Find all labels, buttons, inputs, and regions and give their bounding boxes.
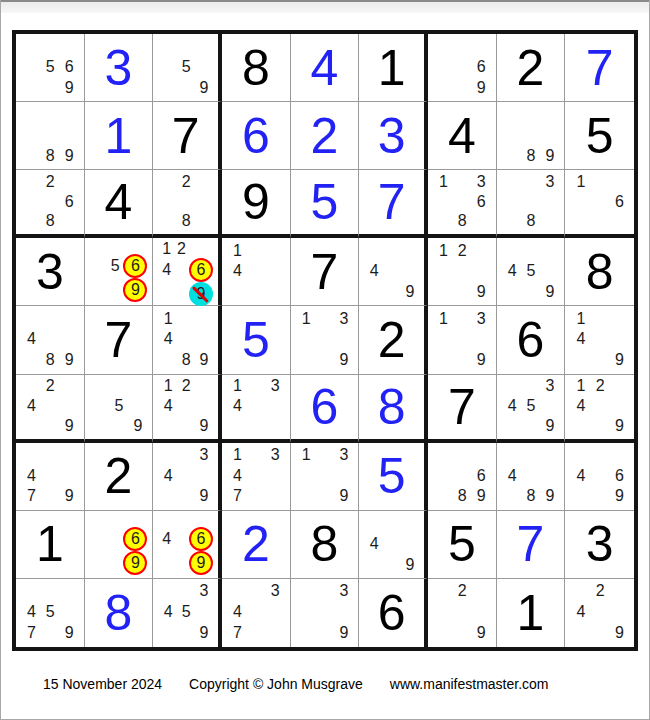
candidate-cell-empty — [453, 329, 472, 350]
candidate-cell-empty — [266, 416, 285, 436]
footer-website-link[interactable]: www.manifestmaster.com — [390, 676, 549, 692]
candidate-cell-empty — [453, 57, 472, 78]
candidate-digit: 9 — [401, 282, 419, 303]
candidate-cell-empty — [177, 486, 195, 507]
candidate-digit: 6 — [131, 257, 140, 275]
candidate-cell-empty — [41, 416, 60, 436]
candidate-digit: 6 — [610, 192, 629, 212]
candidate-cell-empty — [177, 77, 195, 98]
cell-r5c5: 139 — [291, 306, 360, 374]
candidate-cell-empty — [41, 308, 60, 329]
candidate-digit: 4 — [571, 465, 590, 486]
candidate-digit: 1 — [571, 172, 590, 192]
candidate-cell-highlighted: 9 — [189, 282, 213, 306]
candidate-cell-empty — [177, 329, 195, 350]
candidate-cell-empty — [316, 581, 335, 602]
cell-r8c3: 469 — [153, 511, 222, 579]
candidate-grid: 89 — [16, 102, 84, 169]
given-digit: 7 — [311, 247, 339, 297]
candidate-cell-empty — [247, 240, 266, 261]
candidate-cell-empty — [228, 282, 247, 303]
candidate-digit: 7 — [22, 623, 41, 644]
candidate-cell-empty — [159, 350, 177, 371]
cell-r9c6: 6 — [359, 579, 428, 647]
candidate-cell-empty — [453, 77, 472, 98]
candidate-digit: 4 — [159, 329, 177, 350]
candidate-cell-empty — [503, 104, 522, 125]
candidate-digit: 9 — [131, 281, 140, 299]
candidate-cell-empty — [247, 581, 266, 602]
candidate-cell-empty — [434, 581, 453, 602]
candidate-cell-empty — [22, 308, 41, 329]
cell-r9c3: 3459 — [153, 579, 222, 647]
candidate-grid: 1249 — [153, 375, 218, 439]
solved-digit: 7 — [586, 43, 614, 93]
candidate-cell-highlighted: 9 — [123, 278, 147, 302]
candidate-cell-empty — [266, 396, 285, 416]
candidate-cell-empty — [91, 254, 107, 278]
cell-r2c6: 3 — [359, 102, 428, 170]
candidate-cell-empty — [22, 445, 41, 466]
candidate-cell-empty — [540, 192, 559, 212]
candidate-cell-empty — [174, 551, 189, 575]
candidate-cell-empty — [503, 486, 522, 507]
candidate-digit: 4 — [503, 465, 522, 486]
candidate-cell-empty — [177, 623, 195, 644]
candidate-cell-empty — [22, 104, 41, 125]
cell-r1c1: 569 — [16, 34, 85, 102]
candidate-cell-empty — [522, 172, 541, 192]
given-digit: 3 — [36, 247, 64, 297]
candidate-cell-empty — [503, 146, 522, 167]
cell-r6c2: 59 — [85, 375, 154, 443]
cell-r5c8: 6 — [497, 306, 566, 374]
cell-r4c1: 3 — [16, 238, 85, 306]
given-digit: 2 — [105, 451, 133, 501]
candidate-cell-empty — [434, 57, 453, 78]
candidate-cell-highlighted: 6 — [189, 527, 213, 551]
candidate-cell-empty — [60, 465, 79, 486]
candidate-grid: 29 — [428, 579, 496, 647]
given-digit: 4 — [105, 177, 133, 227]
candidate-cell-empty — [316, 465, 335, 486]
cell-r4c2: 569 — [85, 238, 154, 306]
cell-r7c3: 349 — [153, 443, 222, 511]
candidate-cell-empty — [316, 308, 335, 329]
candidate-cell-empty — [591, 465, 610, 486]
highlight-circle-cyan: 9 — [189, 282, 213, 306]
candidate-digit: 4 — [228, 261, 247, 282]
candidate-digit: 4 — [159, 602, 177, 623]
cell-r4c8: 459 — [497, 238, 566, 306]
candidate-grid: 69 — [85, 511, 153, 578]
candidate-digit: 1 — [434, 308, 453, 329]
solved-digit: 5 — [242, 315, 270, 365]
candidate-digit: 2 — [591, 581, 610, 602]
candidate-digit: 3 — [195, 445, 213, 466]
candidate-cell-empty — [383, 282, 401, 303]
highlight-circle-yellow: 6 — [123, 254, 147, 278]
candidate-cell-empty — [571, 416, 590, 436]
candidate-cell-empty — [91, 377, 110, 397]
cell-r8c9: 3 — [565, 511, 634, 579]
candidate-cell-empty — [591, 212, 610, 232]
candidate-cell-empty — [159, 445, 177, 466]
cell-r1c2: 3 — [85, 34, 154, 102]
candidate-cell-empty — [453, 602, 472, 623]
candidate-cell-empty — [453, 445, 472, 466]
candidate-cell-empty — [174, 513, 189, 527]
candidate-cell-empty — [41, 581, 60, 602]
solved-digit: 8 — [105, 588, 133, 638]
candidate-digit: 8 — [522, 212, 541, 232]
candidate-cell-empty — [297, 581, 316, 602]
candidate-cell-empty — [610, 377, 629, 397]
candidate-digit: 2 — [41, 377, 60, 397]
footer-date: 15 November 2024 — [43, 676, 162, 692]
candidate-cell-empty — [159, 212, 177, 232]
candidate-digit: 8 — [41, 350, 60, 371]
candidate-grid: 489 — [497, 443, 565, 510]
candidate-digit: 1 — [159, 377, 177, 397]
solved-digit: 6 — [311, 382, 339, 432]
candidate-cell-empty — [159, 623, 177, 644]
candidate-digit: 9 — [60, 623, 79, 644]
candidate-cell-empty — [123, 240, 147, 254]
candidate-grid: 149 — [565, 306, 634, 373]
candidate-digit: 9 — [472, 77, 491, 98]
candidate-digit: 9 — [610, 350, 629, 371]
candidate-cell-empty — [334, 329, 353, 350]
candidate-digit: 9 — [334, 623, 353, 644]
cell-r7c8: 489 — [497, 443, 566, 511]
candidate-cell-empty — [128, 377, 147, 397]
candidate-cell-empty — [41, 486, 60, 507]
candidate-cell-empty — [316, 445, 335, 466]
candidate-cell-empty — [522, 125, 541, 146]
cell-r3c3: 28 — [153, 170, 222, 238]
candidate-digit: 2 — [177, 172, 195, 192]
candidate-digit: 1 — [434, 240, 453, 261]
candidate-cell-empty — [540, 445, 559, 466]
candidate-cell-empty — [297, 623, 316, 644]
candidate-cell-empty — [591, 486, 610, 507]
candidate-grid: 489 — [16, 306, 84, 373]
candidate-cell-empty — [177, 396, 195, 416]
candidate-grid: 469 — [153, 511, 218, 578]
candidate-grid: 249 — [16, 375, 84, 439]
candidate-cell-empty — [503, 192, 522, 212]
candidate-grid: 349 — [153, 443, 218, 510]
candidate-cell-highlighted: 9 — [123, 551, 147, 575]
candidate-cell-empty — [195, 602, 213, 623]
candidate-cell-empty — [60, 212, 79, 232]
candidate-cell-empty — [453, 282, 472, 303]
cell-r1c3: 59 — [153, 34, 222, 102]
candidate-grid: 268 — [16, 170, 84, 234]
candidate-cell-empty — [434, 261, 453, 282]
footer-copyright: Copyright © John Musgrave — [189, 676, 363, 692]
candidate-cell-empty — [334, 465, 353, 486]
candidate-digit: 9 — [540, 282, 559, 303]
candidate-cell-empty — [591, 602, 610, 623]
candidate-cell-empty — [610, 581, 629, 602]
given-digit: 1 — [36, 519, 64, 569]
candidate-digit: 2 — [41, 172, 60, 192]
given-digit: 6 — [378, 588, 406, 638]
solved-digit: 8 — [378, 382, 406, 432]
candidate-digit: 1 — [571, 377, 590, 397]
candidate-cell-empty — [610, 172, 629, 192]
candidate-cell-empty — [159, 282, 174, 306]
candidate-cell-empty — [540, 125, 559, 146]
candidate-digit: 3 — [472, 308, 491, 329]
candidate-cell-empty — [503, 172, 522, 192]
candidate-cell-empty — [159, 77, 177, 98]
cell-r6c8: 3459 — [497, 375, 566, 443]
candidate-cell-empty — [503, 445, 522, 466]
candidate-cell-empty — [159, 172, 177, 192]
candidate-digit: 9 — [610, 416, 629, 436]
candidate-cell-empty — [91, 513, 107, 527]
cell-r2c1: 89 — [16, 102, 85, 170]
candidate-cell-empty — [434, 350, 453, 371]
candidate-digit: 8 — [453, 212, 472, 232]
candidate-cell-empty — [107, 278, 123, 302]
cell-r9c1: 4579 — [16, 579, 85, 647]
candidate-cell-empty — [22, 416, 41, 436]
candidate-grid: 459 — [497, 238, 565, 305]
candidate-grid: 1489 — [153, 306, 218, 373]
candidate-cell-empty — [571, 486, 590, 507]
candidate-cell-empty — [297, 602, 316, 623]
candidate-digit: 1 — [297, 445, 316, 466]
candidate-digit: 1 — [159, 308, 177, 329]
candidate-cell-highlighted: 9 — [189, 551, 213, 575]
candidate-cell-empty — [365, 240, 383, 261]
candidate-cell-empty — [228, 581, 247, 602]
solved-digit: 3 — [105, 43, 133, 93]
candidate-grid: 16 — [565, 170, 634, 234]
candidate-digit: 2 — [453, 240, 472, 261]
cell-r3c4: 9 — [222, 170, 291, 238]
candidate-grid: 14 — [222, 238, 290, 305]
candidate-digit: 9 — [472, 486, 491, 507]
candidate-cell-empty — [297, 486, 316, 507]
given-digit: 3 — [586, 519, 614, 569]
candidate-cell-empty — [195, 396, 213, 416]
candidate-grid: 49 — [359, 511, 424, 578]
candidate-cell-empty — [107, 527, 123, 551]
candidate-cell-empty — [159, 551, 174, 575]
candidate-cell-empty — [159, 36, 177, 57]
candidate-digit: 4 — [503, 396, 522, 416]
candidate-digit: 4 — [228, 396, 247, 416]
cell-r2c2: 1 — [85, 102, 154, 170]
candidate-cell-empty — [316, 602, 335, 623]
candidate-cell-empty — [434, 486, 453, 507]
candidate-cell-empty — [503, 125, 522, 146]
solved-digit: 5 — [311, 177, 339, 227]
candidate-cell-empty — [195, 465, 213, 486]
candidate-digit: 4 — [571, 329, 590, 350]
candidate-cell-empty — [610, 212, 629, 232]
cell-r9c8: 1 — [497, 579, 566, 647]
candidate-cell-empty — [22, 350, 41, 371]
candidate-grid: 49 — [359, 238, 424, 305]
solved-digit: 5 — [378, 451, 406, 501]
solved-digit: 7 — [378, 177, 406, 227]
candidate-cell-empty — [41, 465, 60, 486]
candidate-digit: 4 — [228, 465, 247, 486]
cell-r3c2: 4 — [85, 170, 154, 238]
candidate-cell-empty — [22, 172, 41, 192]
given-digit: 2 — [378, 315, 406, 365]
candidate-digit: 9 — [60, 146, 79, 167]
candidate-cell-empty — [453, 261, 472, 282]
candidate-digit: 8 — [41, 146, 60, 167]
candidate-digit: 8 — [522, 146, 541, 167]
candidate-digit: 4 — [228, 602, 247, 623]
candidate-cell-empty — [22, 581, 41, 602]
candidate-cell-highlighted: 6 — [189, 258, 213, 282]
candidate-grid: 28 — [153, 170, 218, 234]
candidate-cell-empty — [591, 623, 610, 644]
candidate-cell-empty — [247, 282, 266, 303]
candidate-cell-empty — [91, 278, 107, 302]
candidate-cell-empty — [472, 240, 491, 261]
cell-r4c9: 8 — [565, 238, 634, 306]
candidate-digit: 4 — [159, 258, 174, 282]
candidate-grid: 69 — [428, 34, 496, 101]
candidate-cell-empty — [522, 445, 541, 466]
candidate-cell-empty — [503, 377, 522, 397]
candidate-grid: 59 — [85, 375, 153, 439]
candidate-cell-empty — [247, 623, 266, 644]
candidate-cell-empty — [571, 623, 590, 644]
candidate-digit: 4 — [159, 527, 174, 551]
candidate-grid: 249 — [565, 579, 634, 647]
candidate-digit: 9 — [472, 282, 491, 303]
cell-r6c4: 134 — [222, 375, 291, 443]
cell-r6c5: 6 — [291, 375, 360, 443]
candidate-cell-empty — [503, 240, 522, 261]
cell-r3c5: 5 — [291, 170, 360, 238]
candidate-cell-empty — [316, 350, 335, 371]
candidate-grid: 139 — [428, 306, 496, 373]
candidate-cell-empty — [159, 581, 177, 602]
cell-r9c2: 8 — [85, 579, 154, 647]
candidate-digit: 9 — [195, 623, 213, 644]
candidate-grid: 38 — [497, 170, 565, 234]
candidate-grid: 1347 — [222, 443, 290, 510]
candidate-digit: 1 — [228, 377, 247, 397]
footer: 15 November 2024 Copyright © John Musgra… — [43, 676, 549, 692]
candidate-grid: 1368 — [428, 170, 496, 234]
candidate-digit: 9 — [60, 486, 79, 507]
candidate-cell-empty — [434, 192, 453, 212]
candidate-grid: 4579 — [16, 579, 84, 647]
sudoku-board: 5693598416927891762348952684289571368381… — [12, 30, 638, 651]
cell-r3c7: 1368 — [428, 170, 497, 238]
candidate-digit: 5 — [110, 396, 129, 416]
cell-r9c7: 29 — [428, 579, 497, 647]
candidate-cell-empty — [128, 396, 147, 416]
candidate-digit: 7 — [228, 486, 247, 507]
candidate-cell-empty — [571, 445, 590, 466]
candidate-digit: 9 — [60, 416, 79, 436]
cell-r1c9: 7 — [565, 34, 634, 102]
cell-r1c5: 4 — [291, 34, 360, 102]
candidate-digit: 3 — [472, 172, 491, 192]
given-digit: 8 — [311, 519, 339, 569]
candidate-cell-empty — [540, 465, 559, 486]
candidate-cell-empty — [195, 36, 213, 57]
page-top-bar — [1, 0, 649, 13]
candidate-cell-empty — [195, 57, 213, 78]
candidate-cell-empty — [60, 308, 79, 329]
candidate-cell-empty — [434, 77, 453, 98]
candidate-grid: 1249 — [565, 375, 634, 439]
candidate-cell-empty — [540, 212, 559, 232]
cell-r6c6: 8 — [359, 375, 428, 443]
candidate-grid: 59 — [153, 34, 218, 101]
cell-r4c4: 14 — [222, 238, 291, 306]
given-digit: 5 — [586, 111, 614, 161]
candidate-cell-empty — [247, 445, 266, 466]
candidate-digit: 4 — [571, 396, 590, 416]
cell-r4c7: 129 — [428, 238, 497, 306]
candidate-cell-empty — [22, 192, 41, 212]
candidate-cell-empty — [591, 172, 610, 192]
candidate-cell-empty — [107, 240, 123, 254]
highlight-circle-yellow: 9 — [123, 278, 147, 302]
candidate-digit: 9 — [472, 350, 491, 371]
cell-r1c4: 8 — [222, 34, 291, 102]
candidate-cell-empty — [453, 465, 472, 486]
candidate-cell-empty — [472, 602, 491, 623]
candidate-digit: 9 — [195, 350, 213, 371]
candidate-digit: 6 — [60, 192, 79, 212]
candidate-grid: 569 — [85, 238, 153, 305]
candidate-cell-empty — [610, 308, 629, 329]
candidate-digit: 4 — [22, 396, 41, 416]
candidate-digit: 1 — [297, 308, 316, 329]
candidate-digit: 4 — [159, 396, 177, 416]
candidate-digit: 1 — [228, 445, 247, 466]
candidate-cell-empty — [610, 396, 629, 416]
candidate-cell-empty — [41, 125, 60, 146]
candidate-digit: 9 — [610, 486, 629, 507]
candidate-digit: 6 — [197, 530, 206, 548]
candidate-digit: 9 — [472, 623, 491, 644]
candidate-cell-empty — [177, 36, 195, 57]
cell-r5c7: 139 — [428, 306, 497, 374]
candidate-cell-empty — [22, 377, 41, 397]
candidate-cell-empty — [571, 581, 590, 602]
highlight-circle-yellow: 6 — [189, 258, 213, 282]
candidate-cell-empty — [41, 396, 60, 416]
candidate-digit: 5 — [107, 254, 123, 278]
candidate-cell-empty — [41, 623, 60, 644]
candidate-digit: 4 — [159, 465, 177, 486]
candidate-cell-empty — [266, 486, 285, 507]
candidate-grid: 139 — [291, 306, 359, 373]
candidate-cell-empty — [107, 551, 123, 575]
candidate-cell-empty — [434, 445, 453, 466]
cell-r7c4: 1347 — [222, 443, 291, 511]
candidate-cell-empty — [195, 172, 213, 192]
